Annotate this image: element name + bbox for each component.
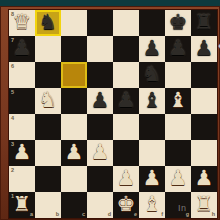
square-e5[interactable]: ♟ <box>113 88 139 114</box>
square-c5[interactable] <box>61 88 87 114</box>
square-b7[interactable] <box>35 36 61 62</box>
file-label-h: h <box>212 211 215 217</box>
square-b8[interactable]: ♞ <box>35 10 61 36</box>
square-c1[interactable]: c <box>61 192 87 218</box>
rank-label-5: 5 <box>11 89 14 95</box>
square-g6[interactable] <box>165 62 191 88</box>
square-f8[interactable] <box>139 10 165 36</box>
white-pawn[interactable]: ♟ <box>87 140 113 166</box>
white-pawn[interactable]: ♟ <box>61 140 87 166</box>
rank-label-8: 8 <box>11 11 14 17</box>
square-f5[interactable]: ♝ <box>139 88 165 114</box>
black-knight[interactable]: ♞ <box>35 10 61 36</box>
square-a1[interactable]: 1a♜ <box>9 192 35 218</box>
square-a2[interactable]: 2 <box>9 166 35 192</box>
square-e6[interactable] <box>113 62 139 88</box>
white-bishop[interactable]: ♝ <box>165 88 191 114</box>
white-pawn[interactable]: ♟ <box>191 166 217 192</box>
square-g7[interactable]: ♟ <box>165 36 191 62</box>
square-e4[interactable] <box>113 114 139 140</box>
black-king[interactable]: ♚ <box>165 10 191 36</box>
rank-label-7: 7 <box>11 37 14 43</box>
square-b2[interactable] <box>35 166 61 192</box>
square-f7[interactable]: ♟ <box>139 36 165 62</box>
square-a4[interactable]: 4 <box>9 114 35 140</box>
square-f2[interactable]: ♟ <box>139 166 165 192</box>
black-pawn[interactable]: ♟ <box>139 36 165 62</box>
file-label-a: a <box>30 211 33 217</box>
square-f6[interactable]: ♞ <box>139 62 165 88</box>
file-label-b: b <box>56 211 59 217</box>
square-d6[interactable] <box>87 62 113 88</box>
square-c7[interactable] <box>61 36 87 62</box>
rank-label-4: 4 <box>11 115 14 121</box>
square-a5[interactable]: 5 <box>9 88 35 114</box>
square-d1[interactable]: d <box>87 192 113 218</box>
square-c3[interactable]: ♟ <box>61 140 87 166</box>
file-label-e: e <box>134 211 137 217</box>
black-pawn[interactable]: ♟ <box>87 88 113 114</box>
file-label-g: g <box>186 211 189 217</box>
square-f1[interactable]: f♝ <box>139 192 165 218</box>
square-d3[interactable]: ♟ <box>87 140 113 166</box>
square-b3[interactable] <box>35 140 61 166</box>
black-rook[interactable]: ♜ <box>191 10 217 36</box>
black-knight[interactable]: ♞ <box>139 62 165 88</box>
file-label-f: f <box>161 211 163 217</box>
square-c4[interactable] <box>61 114 87 140</box>
square-e3[interactable] <box>113 140 139 166</box>
square-h5[interactable] <box>191 88 217 114</box>
square-e2[interactable]: ♟ <box>113 166 139 192</box>
square-b5[interactable]: ♞ <box>35 88 61 114</box>
square-h6[interactable] <box>191 62 217 88</box>
square-g3[interactable] <box>165 140 191 166</box>
black-pawn[interactable]: ♟ <box>165 36 191 62</box>
square-g5[interactable]: ♝ <box>165 88 191 114</box>
square-c8[interactable] <box>61 10 87 36</box>
square-f3[interactable] <box>139 140 165 166</box>
square-h7[interactable]: ♟ <box>191 36 217 62</box>
square-g2[interactable]: ♟ <box>165 166 191 192</box>
square-c6[interactable] <box>61 62 87 88</box>
black-pawn[interactable]: ♟ <box>113 88 139 114</box>
square-h4[interactable] <box>191 114 217 140</box>
square-a7[interactable]: 7♟ <box>9 36 35 62</box>
square-h8[interactable]: ♜ <box>191 10 217 36</box>
rank-label-1: 1 <box>11 193 14 199</box>
square-a3[interactable]: 3♟ <box>9 140 35 166</box>
square-d2[interactable] <box>87 166 113 192</box>
square-a6[interactable]: 6 <box>9 62 35 88</box>
square-g4[interactable] <box>165 114 191 140</box>
square-h3[interactable] <box>191 140 217 166</box>
chess-app: 8♛♞♚♜7♟♟♟♟6♞5♞♟♟♝♝43♟♟♟2♟♟♟♟1a♜bcde♚f♝gh… <box>0 0 220 220</box>
square-e1[interactable]: e♚ <box>113 192 139 218</box>
square-d5[interactable]: ♟ <box>87 88 113 114</box>
file-label-d: d <box>108 211 111 217</box>
square-a8[interactable]: 8♛ <box>9 10 35 36</box>
square-d7[interactable] <box>87 36 113 62</box>
square-e7[interactable] <box>113 36 139 62</box>
chess-board: 8♛♞♚♜7♟♟♟♟6♞5♞♟♟♝♝43♟♟♟2♟♟♟♟1a♜bcde♚f♝gh… <box>9 10 217 218</box>
square-h1[interactable]: h♜ <box>191 192 217 218</box>
square-b6[interactable] <box>35 62 61 88</box>
square-c2[interactable] <box>61 166 87 192</box>
square-g8[interactable]: ♚ <box>165 10 191 36</box>
file-label-c: c <box>82 211 85 217</box>
square-h2[interactable]: ♟ <box>191 166 217 192</box>
rank-label-2: 2 <box>11 167 14 173</box>
white-pawn[interactable]: ♟ <box>165 166 191 192</box>
white-pawn[interactable]: ♟ <box>113 166 139 192</box>
chevron-left-icon[interactable]: ‹ <box>218 36 220 53</box>
white-pawn[interactable]: ♟ <box>139 166 165 192</box>
square-b4[interactable] <box>35 114 61 140</box>
square-e8[interactable] <box>113 10 139 36</box>
square-d4[interactable] <box>87 114 113 140</box>
rank-label-6: 6 <box>11 63 14 69</box>
square-b1[interactable]: b <box>35 192 61 218</box>
white-knight[interactable]: ♞ <box>35 88 61 114</box>
rank-label-3: 3 <box>11 141 14 147</box>
black-bishop[interactable]: ♝ <box>139 88 165 114</box>
square-d8[interactable] <box>87 10 113 36</box>
square-f4[interactable] <box>139 114 165 140</box>
black-pawn[interactable]: ♟ <box>191 36 217 62</box>
